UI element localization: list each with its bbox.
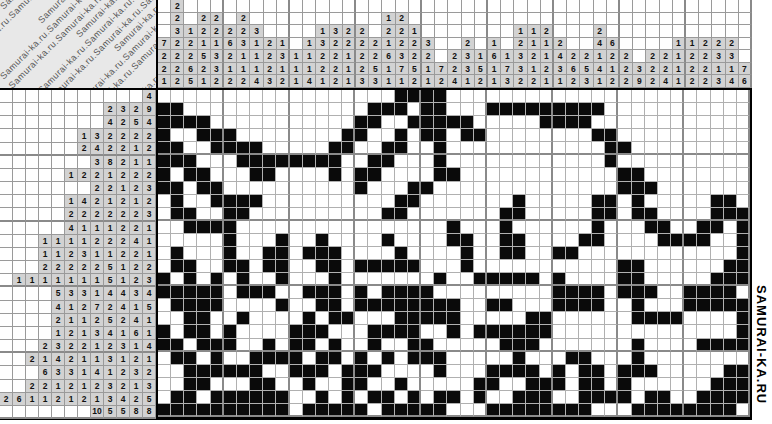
empty-cell[interactable] xyxy=(487,208,500,221)
empty-cell[interactable] xyxy=(237,116,250,129)
empty-cell[interactable] xyxy=(566,208,579,221)
empty-cell[interactable] xyxy=(434,247,447,260)
empty-cell[interactable] xyxy=(513,142,526,155)
filled-cell[interactable] xyxy=(408,325,421,338)
filled-cell[interactable] xyxy=(566,299,579,312)
empty-cell[interactable] xyxy=(184,103,197,116)
filled-cell[interactable] xyxy=(329,352,342,365)
filled-cell[interactable] xyxy=(684,286,697,299)
filled-cell[interactable] xyxy=(474,325,487,338)
empty-cell[interactable] xyxy=(566,391,579,404)
filled-cell[interactable] xyxy=(224,234,237,247)
empty-cell[interactable] xyxy=(724,182,737,195)
empty-cell[interactable] xyxy=(684,312,697,325)
empty-cell[interactable] xyxy=(237,325,250,338)
empty-cell[interactable] xyxy=(513,286,526,299)
empty-cell[interactable] xyxy=(276,286,289,299)
filled-cell[interactable] xyxy=(540,103,553,116)
empty-cell[interactable] xyxy=(605,286,618,299)
filled-cell[interactable] xyxy=(500,365,513,378)
empty-cell[interactable] xyxy=(263,208,276,221)
filled-cell[interactable] xyxy=(632,365,645,378)
filled-cell[interactable] xyxy=(224,142,237,155)
filled-cell[interactable] xyxy=(368,116,381,129)
filled-cell[interactable] xyxy=(605,129,618,142)
filled-cell[interactable] xyxy=(553,247,566,260)
empty-cell[interactable] xyxy=(724,352,737,365)
filled-cell[interactable] xyxy=(526,391,539,404)
empty-cell[interactable] xyxy=(447,247,460,260)
empty-cell[interactable] xyxy=(697,312,710,325)
filled-cell[interactable] xyxy=(276,352,289,365)
empty-cell[interactable] xyxy=(290,286,303,299)
empty-cell[interactable] xyxy=(237,182,250,195)
empty-cell[interactable] xyxy=(461,142,474,155)
filled-cell[interactable] xyxy=(697,299,710,312)
filled-cell[interactable] xyxy=(658,312,671,325)
empty-cell[interactable] xyxy=(526,234,539,247)
empty-cell[interactable] xyxy=(290,247,303,260)
filled-cell[interactable] xyxy=(618,260,631,273)
filled-cell[interactable] xyxy=(697,221,710,234)
filled-cell[interactable] xyxy=(382,404,395,417)
filled-cell[interactable] xyxy=(671,404,684,417)
empty-cell[interactable] xyxy=(671,103,684,116)
empty-cell[interactable] xyxy=(342,168,355,181)
filled-cell[interactable] xyxy=(395,260,408,273)
filled-cell[interactable] xyxy=(605,195,618,208)
filled-cell[interactable] xyxy=(724,378,737,391)
empty-cell[interactable] xyxy=(500,260,513,273)
empty-cell[interactable] xyxy=(697,365,710,378)
empty-cell[interactable] xyxy=(658,168,671,181)
empty-cell[interactable] xyxy=(395,273,408,286)
filled-cell[interactable] xyxy=(697,339,710,352)
empty-cell[interactable] xyxy=(434,182,447,195)
filled-cell[interactable] xyxy=(224,260,237,273)
empty-cell[interactable] xyxy=(526,142,539,155)
filled-cell[interactable] xyxy=(526,365,539,378)
empty-cell[interactable] xyxy=(487,221,500,234)
filled-cell[interactable] xyxy=(697,286,710,299)
empty-cell[interactable] xyxy=(711,168,724,181)
empty-cell[interactable] xyxy=(276,378,289,391)
filled-cell[interactable] xyxy=(342,312,355,325)
filled-cell[interactable] xyxy=(184,312,197,325)
empty-cell[interactable] xyxy=(553,221,566,234)
empty-cell[interactable] xyxy=(553,129,566,142)
empty-cell[interactable] xyxy=(658,90,671,103)
filled-cell[interactable] xyxy=(158,116,171,129)
filled-cell[interactable] xyxy=(434,312,447,325)
filled-cell[interactable] xyxy=(737,391,750,404)
filled-cell[interactable] xyxy=(434,142,447,155)
empty-cell[interactable] xyxy=(500,352,513,365)
empty-cell[interactable] xyxy=(329,378,342,391)
empty-cell[interactable] xyxy=(632,155,645,168)
filled-cell[interactable] xyxy=(303,365,316,378)
empty-cell[interactable] xyxy=(737,404,750,417)
empty-cell[interactable] xyxy=(500,142,513,155)
empty-cell[interactable] xyxy=(645,247,658,260)
empty-cell[interactable] xyxy=(355,103,368,116)
filled-cell[interactable] xyxy=(303,378,316,391)
empty-cell[interactable] xyxy=(711,155,724,168)
empty-cell[interactable] xyxy=(355,339,368,352)
empty-cell[interactable] xyxy=(684,116,697,129)
filled-cell[interactable] xyxy=(421,90,434,103)
empty-cell[interactable] xyxy=(171,325,184,338)
filled-cell[interactable] xyxy=(303,339,316,352)
empty-cell[interactable] xyxy=(197,260,210,273)
empty-cell[interactable] xyxy=(592,339,605,352)
empty-cell[interactable] xyxy=(540,195,553,208)
empty-cell[interactable] xyxy=(250,103,263,116)
empty-cell[interactable] xyxy=(447,286,460,299)
empty-cell[interactable] xyxy=(224,155,237,168)
filled-cell[interactable] xyxy=(303,155,316,168)
empty-cell[interactable] xyxy=(171,168,184,181)
filled-cell[interactable] xyxy=(408,404,421,417)
filled-cell[interactable] xyxy=(566,247,579,260)
empty-cell[interactable] xyxy=(197,391,210,404)
empty-cell[interactable] xyxy=(684,90,697,103)
empty-cell[interactable] xyxy=(211,312,224,325)
empty-cell[interactable] xyxy=(671,339,684,352)
empty-cell[interactable] xyxy=(290,260,303,273)
empty-cell[interactable] xyxy=(474,247,487,260)
empty-cell[interactable] xyxy=(540,247,553,260)
filled-cell[interactable] xyxy=(342,129,355,142)
empty-cell[interactable] xyxy=(474,142,487,155)
empty-cell[interactable] xyxy=(684,195,697,208)
empty-cell[interactable] xyxy=(276,208,289,221)
empty-cell[interactable] xyxy=(684,155,697,168)
empty-cell[interactable] xyxy=(684,273,697,286)
empty-cell[interactable] xyxy=(408,221,421,234)
empty-cell[interactable] xyxy=(500,312,513,325)
empty-cell[interactable] xyxy=(447,142,460,155)
empty-cell[interactable] xyxy=(237,168,250,181)
filled-cell[interactable] xyxy=(224,391,237,404)
filled-cell[interactable] xyxy=(382,260,395,273)
empty-cell[interactable] xyxy=(290,208,303,221)
empty-cell[interactable] xyxy=(263,90,276,103)
empty-cell[interactable] xyxy=(303,168,316,181)
filled-cell[interactable] xyxy=(237,273,250,286)
empty-cell[interactable] xyxy=(487,247,500,260)
empty-cell[interactable] xyxy=(368,90,381,103)
filled-cell[interactable] xyxy=(553,103,566,116)
filled-cell[interactable] xyxy=(171,286,184,299)
empty-cell[interactable] xyxy=(224,352,237,365)
filled-cell[interactable] xyxy=(737,221,750,234)
filled-cell[interactable] xyxy=(237,404,250,417)
filled-cell[interactable] xyxy=(421,116,434,129)
empty-cell[interactable] xyxy=(263,142,276,155)
empty-cell[interactable] xyxy=(526,221,539,234)
filled-cell[interactable] xyxy=(276,234,289,247)
empty-cell[interactable] xyxy=(329,129,342,142)
empty-cell[interactable] xyxy=(671,208,684,221)
empty-cell[interactable] xyxy=(197,247,210,260)
empty-cell[interactable] xyxy=(487,339,500,352)
filled-cell[interactable] xyxy=(171,299,184,312)
empty-cell[interactable] xyxy=(434,378,447,391)
empty-cell[interactable] xyxy=(658,247,671,260)
empty-cell[interactable] xyxy=(526,116,539,129)
filled-cell[interactable] xyxy=(382,142,395,155)
empty-cell[interactable] xyxy=(224,90,237,103)
empty-cell[interactable] xyxy=(263,273,276,286)
empty-cell[interactable] xyxy=(355,208,368,221)
filled-cell[interactable] xyxy=(500,339,513,352)
empty-cell[interactable] xyxy=(553,339,566,352)
empty-cell[interactable] xyxy=(421,325,434,338)
empty-cell[interactable] xyxy=(684,339,697,352)
empty-cell[interactable] xyxy=(461,208,474,221)
filled-cell[interactable] xyxy=(632,208,645,221)
empty-cell[interactable] xyxy=(579,182,592,195)
empty-cell[interactable] xyxy=(342,339,355,352)
filled-cell[interactable] xyxy=(158,168,171,181)
empty-cell[interactable] xyxy=(737,168,750,181)
empty-cell[interactable] xyxy=(237,103,250,116)
empty-cell[interactable] xyxy=(329,234,342,247)
empty-cell[interactable] xyxy=(605,221,618,234)
empty-cell[interactable] xyxy=(697,208,710,221)
empty-cell[interactable] xyxy=(566,182,579,195)
empty-cell[interactable] xyxy=(566,221,579,234)
filled-cell[interactable] xyxy=(171,182,184,195)
empty-cell[interactable] xyxy=(237,352,250,365)
filled-cell[interactable] xyxy=(171,247,184,260)
filled-cell[interactable] xyxy=(592,129,605,142)
filled-cell[interactable] xyxy=(487,325,500,338)
filled-cell[interactable] xyxy=(250,391,263,404)
filled-cell[interactable] xyxy=(513,195,526,208)
empty-cell[interactable] xyxy=(368,129,381,142)
filled-cell[interactable] xyxy=(434,391,447,404)
empty-cell[interactable] xyxy=(553,168,566,181)
empty-cell[interactable] xyxy=(645,168,658,181)
empty-cell[interactable] xyxy=(303,352,316,365)
filled-cell[interactable] xyxy=(355,260,368,273)
filled-cell[interactable] xyxy=(632,352,645,365)
filled-cell[interactable] xyxy=(566,404,579,417)
empty-cell[interactable] xyxy=(645,155,658,168)
empty-cell[interactable] xyxy=(553,312,566,325)
empty-cell[interactable] xyxy=(447,103,460,116)
empty-cell[interactable] xyxy=(474,116,487,129)
empty-cell[interactable] xyxy=(500,129,513,142)
filled-cell[interactable] xyxy=(724,273,737,286)
filled-cell[interactable] xyxy=(263,286,276,299)
filled-cell[interactable] xyxy=(566,116,579,129)
empty-cell[interactable] xyxy=(382,247,395,260)
filled-cell[interactable] xyxy=(553,273,566,286)
filled-cell[interactable] xyxy=(211,352,224,365)
empty-cell[interactable] xyxy=(342,234,355,247)
filled-cell[interactable] xyxy=(697,391,710,404)
empty-cell[interactable] xyxy=(197,273,210,286)
filled-cell[interactable] xyxy=(263,391,276,404)
empty-cell[interactable] xyxy=(368,273,381,286)
empty-cell[interactable] xyxy=(158,221,171,234)
empty-cell[interactable] xyxy=(658,365,671,378)
empty-cell[interactable] xyxy=(592,312,605,325)
empty-cell[interactable] xyxy=(355,312,368,325)
empty-cell[interactable] xyxy=(724,90,737,103)
filled-cell[interactable] xyxy=(526,103,539,116)
empty-cell[interactable] xyxy=(290,378,303,391)
empty-cell[interactable] xyxy=(579,221,592,234)
filled-cell[interactable] xyxy=(316,260,329,273)
empty-cell[interactable] xyxy=(316,378,329,391)
filled-cell[interactable] xyxy=(526,404,539,417)
filled-cell[interactable] xyxy=(645,312,658,325)
filled-cell[interactable] xyxy=(250,404,263,417)
filled-cell[interactable] xyxy=(329,155,342,168)
filled-cell[interactable] xyxy=(211,129,224,142)
empty-cell[interactable] xyxy=(500,90,513,103)
filled-cell[interactable] xyxy=(382,103,395,116)
empty-cell[interactable] xyxy=(447,378,460,391)
filled-cell[interactable] xyxy=(447,391,460,404)
filled-cell[interactable] xyxy=(434,103,447,116)
empty-cell[interactable] xyxy=(197,352,210,365)
filled-cell[interactable] xyxy=(592,195,605,208)
empty-cell[interactable] xyxy=(526,155,539,168)
empty-cell[interactable] xyxy=(592,404,605,417)
empty-cell[interactable] xyxy=(316,90,329,103)
filled-cell[interactable] xyxy=(526,325,539,338)
filled-cell[interactable] xyxy=(250,365,263,378)
empty-cell[interactable] xyxy=(618,155,631,168)
filled-cell[interactable] xyxy=(211,299,224,312)
filled-cell[interactable] xyxy=(513,208,526,221)
empty-cell[interactable] xyxy=(632,247,645,260)
filled-cell[interactable] xyxy=(632,182,645,195)
filled-cell[interactable] xyxy=(290,155,303,168)
empty-cell[interactable] xyxy=(711,312,724,325)
empty-cell[interactable] xyxy=(342,286,355,299)
empty-cell[interactable] xyxy=(276,339,289,352)
filled-cell[interactable] xyxy=(737,260,750,273)
empty-cell[interactable] xyxy=(697,325,710,338)
filled-cell[interactable] xyxy=(592,391,605,404)
empty-cell[interactable] xyxy=(632,391,645,404)
empty-cell[interactable] xyxy=(553,155,566,168)
filled-cell[interactable] xyxy=(724,195,737,208)
filled-cell[interactable] xyxy=(579,391,592,404)
empty-cell[interactable] xyxy=(540,260,553,273)
empty-cell[interactable] xyxy=(408,247,421,260)
filled-cell[interactable] xyxy=(737,208,750,221)
empty-cell[interactable] xyxy=(737,286,750,299)
empty-cell[interactable] xyxy=(618,103,631,116)
empty-cell[interactable] xyxy=(500,286,513,299)
filled-cell[interactable] xyxy=(579,103,592,116)
empty-cell[interactable] xyxy=(382,168,395,181)
filled-cell[interactable] xyxy=(421,103,434,116)
empty-cell[interactable] xyxy=(618,221,631,234)
filled-cell[interactable] xyxy=(434,352,447,365)
empty-cell[interactable] xyxy=(540,339,553,352)
filled-cell[interactable] xyxy=(526,339,539,352)
empty-cell[interactable] xyxy=(158,299,171,312)
filled-cell[interactable] xyxy=(421,182,434,195)
empty-cell[interactable] xyxy=(368,247,381,260)
filled-cell[interactable] xyxy=(368,103,381,116)
filled-cell[interactable] xyxy=(632,312,645,325)
empty-cell[interactable] xyxy=(329,221,342,234)
empty-cell[interactable] xyxy=(605,325,618,338)
filled-cell[interactable] xyxy=(408,260,421,273)
empty-cell[interactable] xyxy=(605,234,618,247)
empty-cell[interactable] xyxy=(605,260,618,273)
empty-cell[interactable] xyxy=(421,391,434,404)
empty-cell[interactable] xyxy=(605,312,618,325)
filled-cell[interactable] xyxy=(316,404,329,417)
empty-cell[interactable] xyxy=(526,299,539,312)
filled-cell[interactable] xyxy=(579,286,592,299)
filled-cell[interactable] xyxy=(224,129,237,142)
filled-cell[interactable] xyxy=(184,208,197,221)
filled-cell[interactable] xyxy=(592,103,605,116)
filled-cell[interactable] xyxy=(500,273,513,286)
empty-cell[interactable] xyxy=(553,391,566,404)
filled-cell[interactable] xyxy=(540,391,553,404)
empty-cell[interactable] xyxy=(342,273,355,286)
filled-cell[interactable] xyxy=(737,312,750,325)
empty-cell[interactable] xyxy=(658,286,671,299)
filled-cell[interactable] xyxy=(158,155,171,168)
empty-cell[interactable] xyxy=(447,195,460,208)
empty-cell[interactable] xyxy=(684,365,697,378)
empty-cell[interactable] xyxy=(158,195,171,208)
empty-cell[interactable] xyxy=(395,365,408,378)
empty-cell[interactable] xyxy=(671,325,684,338)
filled-cell[interactable] xyxy=(316,391,329,404)
empty-cell[interactable] xyxy=(461,221,474,234)
empty-cell[interactable] xyxy=(711,352,724,365)
empty-cell[interactable] xyxy=(592,90,605,103)
empty-cell[interactable] xyxy=(724,247,737,260)
empty-cell[interactable] xyxy=(355,273,368,286)
filled-cell[interactable] xyxy=(290,325,303,338)
empty-cell[interactable] xyxy=(500,195,513,208)
filled-cell[interactable] xyxy=(197,404,210,417)
filled-cell[interactable] xyxy=(158,182,171,195)
filled-cell[interactable] xyxy=(592,299,605,312)
empty-cell[interactable] xyxy=(158,234,171,247)
filled-cell[interactable] xyxy=(303,312,316,325)
empty-cell[interactable] xyxy=(290,234,303,247)
filled-cell[interactable] xyxy=(632,286,645,299)
empty-cell[interactable] xyxy=(474,352,487,365)
filled-cell[interactable] xyxy=(487,378,500,391)
empty-cell[interactable] xyxy=(474,365,487,378)
empty-cell[interactable] xyxy=(711,325,724,338)
filled-cell[interactable] xyxy=(197,299,210,312)
empty-cell[interactable] xyxy=(237,221,250,234)
filled-cell[interactable] xyxy=(368,365,381,378)
empty-cell[interactable] xyxy=(250,260,263,273)
empty-cell[interactable] xyxy=(618,247,631,260)
filled-cell[interactable] xyxy=(500,221,513,234)
filled-cell[interactable] xyxy=(711,391,724,404)
